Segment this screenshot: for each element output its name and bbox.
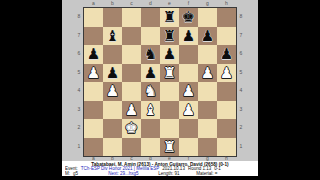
square-b8 [103, 8, 122, 27]
square-d7 [141, 27, 160, 46]
coord-label-f: f [179, 0, 198, 7]
square-e7: ♜ [160, 27, 179, 46]
white-pawn-h5: ♟ [220, 64, 233, 82]
length-value: 91 [175, 171, 180, 176]
black-rook-e8: ♜ [163, 8, 176, 26]
square-h4 [217, 82, 236, 101]
white-pawn-b4: ♟ [106, 82, 119, 100]
square-f8: ♚ [179, 8, 198, 27]
square-d1 [141, 138, 160, 157]
coord-label-e: e [160, 0, 179, 7]
black-pawn-h6: ♟ [220, 45, 233, 63]
white-pawn-c3: ♟ [125, 101, 138, 119]
square-g2 [198, 119, 217, 138]
coord-label-5: 5 [76, 63, 82, 82]
black-knight-d6: ♞ [144, 45, 157, 63]
black-pawn-d5: ♟ [144, 64, 157, 82]
white-pawn-f3: ♟ [182, 101, 195, 119]
square-b4: ♟ [103, 82, 122, 101]
next-value: 29...hxg5 [120, 171, 139, 176]
next-label: Next: [108, 171, 119, 176]
coord-label-2: 2 [76, 118, 82, 137]
coord-label-h: h [217, 0, 236, 7]
coord-label-c: c [122, 0, 141, 7]
square-c7 [122, 27, 141, 46]
square-d2 [141, 119, 160, 138]
square-b3 [103, 101, 122, 120]
square-a7 [84, 27, 103, 46]
square-d4: ♞ [141, 82, 160, 101]
black-rook-e7: ♜ [163, 27, 176, 45]
coord-label-4: 4 [238, 81, 244, 100]
square-a2 [84, 119, 103, 138]
black-pawn-a6: ♟ [87, 45, 100, 63]
black-pawn-e6: ♟ [163, 45, 176, 63]
coord-label-3: 3 [76, 100, 82, 119]
black-king-f8: ♚ [182, 8, 195, 26]
square-g1 [198, 138, 217, 157]
square-h2 [217, 119, 236, 138]
square-e3 [160, 101, 179, 120]
square-a8 [84, 8, 103, 27]
white-pawn-a5: ♟ [87, 64, 100, 82]
caption-bar: Tabatabaei, M. Amin (2613) - Anton Guija… [62, 161, 258, 176]
square-d6: ♞ [141, 45, 160, 64]
material-label: Material: [196, 171, 213, 176]
square-h1 [217, 138, 236, 157]
coord-label-1: 1 [76, 137, 82, 156]
rank-labels-left: 87654321 [76, 7, 82, 155]
square-e2 [160, 119, 179, 138]
square-a1 [84, 138, 103, 157]
square-g7: ♟ [198, 27, 217, 46]
white-rook-e1: ♜ [163, 138, 176, 156]
square-d3: ♝ [141, 101, 160, 120]
coord-label-b: b [103, 0, 122, 7]
move-label: M: [65, 171, 70, 176]
square-g5: ♟ [198, 64, 217, 83]
square-h6: ♟ [217, 45, 236, 64]
square-c6 [122, 45, 141, 64]
square-f2 [179, 119, 198, 138]
square-a3 [84, 101, 103, 120]
white-bishop-d3: ♝ [144, 101, 157, 119]
square-g3 [198, 101, 217, 120]
square-f3: ♟ [179, 101, 198, 120]
coord-label-5: 5 [238, 63, 244, 82]
file-labels-top: abcdefgh [84, 0, 236, 7]
square-g6 [198, 45, 217, 64]
square-h5: ♟ [217, 64, 236, 83]
square-b7: ♝ [103, 27, 122, 46]
length-label: Length: [158, 171, 173, 176]
material-info: Material: = [196, 171, 217, 176]
white-knight-d4: ♞ [144, 82, 157, 100]
coord-label-1: 1 [238, 137, 244, 156]
chessboard: ♜♚♝♜♟♟♟♞♟♟♟♟♟♜♟♟♟♞♟♟♝♟♚♜ [83, 7, 237, 157]
square-c4 [122, 82, 141, 101]
square-c8 [122, 8, 141, 27]
square-a5: ♟ [84, 64, 103, 83]
coord-label-4: 4 [76, 81, 82, 100]
coord-label-2: 2 [238, 118, 244, 137]
square-e6: ♟ [160, 45, 179, 64]
white-king-c2: ♚ [125, 119, 138, 137]
square-f7: ♟ [179, 27, 198, 46]
square-a6: ♟ [84, 45, 103, 64]
square-h8 [217, 8, 236, 27]
coord-label-7: 7 [238, 26, 244, 45]
material-value: = [215, 171, 218, 176]
square-d5: ♟ [141, 64, 160, 83]
black-pawn-f7: ♟ [182, 27, 195, 45]
coord-label-8: 8 [238, 7, 244, 26]
square-e4 [160, 82, 179, 101]
square-a4 [84, 82, 103, 101]
white-pawn-g5: ♟ [201, 64, 214, 82]
white-pawn-f4: ♟ [182, 82, 195, 100]
square-f6 [179, 45, 198, 64]
square-b2 [103, 119, 122, 138]
square-d8 [141, 8, 160, 27]
move-value: g5 [73, 171, 78, 176]
black-pawn-b5: ♟ [106, 64, 119, 82]
length-info: Length: 91 [158, 171, 179, 176]
coord-label-6: 6 [238, 44, 244, 63]
square-g8 [198, 8, 217, 27]
square-c1 [122, 138, 141, 157]
square-c3: ♟ [122, 101, 141, 120]
square-e8: ♜ [160, 8, 179, 27]
square-b1 [103, 138, 122, 157]
square-f1 [179, 138, 198, 157]
video-frame: abcdefgh 87654321 ♜♚♝♜♟♟♟♞♟♟♟♟♟♜♟♟♟♞♟♟♝♟… [0, 0, 320, 180]
square-e5: ♜ [160, 64, 179, 83]
square-f5 [179, 64, 198, 83]
square-c5 [122, 64, 141, 83]
square-f4: ♟ [179, 82, 198, 101]
coord-label-g: g [198, 0, 217, 7]
black-pawn-g7: ♟ [201, 27, 214, 45]
square-b5: ♟ [103, 64, 122, 83]
board-panel: abcdefgh 87654321 ♜♚♝♜♟♟♟♞♟♟♟♟♟♜♟♟♟♞♟♟♝♟… [62, 0, 258, 161]
black-bishop-b7: ♝ [106, 27, 119, 45]
rank-labels-right: 87654321 [238, 7, 244, 155]
coord-label-a: a [84, 0, 103, 7]
square-h7 [217, 27, 236, 46]
square-b6 [103, 45, 122, 64]
coord-label-d: d [141, 0, 160, 7]
square-c2: ♚ [122, 119, 141, 138]
coord-label-6: 6 [76, 44, 82, 63]
status-line: M: g5 Next: 29...hxg5 Length: 91 Materia… [62, 171, 258, 176]
square-g4 [198, 82, 217, 101]
next-move: Next: 29...hxg5 [108, 171, 138, 176]
square-h3 [217, 101, 236, 120]
square-e1: ♜ [160, 138, 179, 157]
white-rook-e5: ♜ [163, 64, 176, 82]
coord-label-3: 3 [238, 100, 244, 119]
coord-label-8: 8 [76, 7, 82, 26]
coord-label-7: 7 [76, 26, 82, 45]
